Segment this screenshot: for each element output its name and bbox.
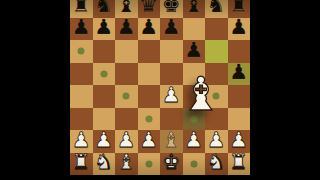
black-pawn[interactable]: ♟ (117, 17, 136, 38)
square-c5[interactable] (115, 63, 138, 86)
black-knight[interactable]: ♞ (207, 0, 226, 16)
square-b1[interactable]: ♞ (93, 153, 116, 176)
black-pawn[interactable]: ♟ (229, 17, 248, 38)
white-pawn[interactable]: ♟ (184, 130, 203, 151)
square-g1[interactable]: ♞ (205, 153, 228, 176)
square-d5[interactable] (138, 63, 161, 86)
square-e1[interactable]: ♚ (160, 153, 183, 176)
white-rook[interactable]: ♜ (229, 152, 248, 173)
legal-move-dot[interactable] (190, 160, 197, 167)
square-d4[interactable] (138, 85, 161, 108)
square-f2[interactable]: ♟ (183, 130, 206, 153)
black-pawn[interactable]: ♟ (162, 17, 181, 38)
square-d6[interactable] (138, 40, 161, 63)
square-c7[interactable]: ♟ (115, 18, 138, 41)
square-h1[interactable]: ♜ (228, 153, 251, 176)
square-h7[interactable]: ♟ (228, 18, 251, 41)
white-knight[interactable]: ♞ (94, 152, 113, 173)
chess-board[interactable]: ♜♞♝♛♚♝♞♜♟♟♟♟♟♟♟♟♟♟♟♟♟♝♟♟♟♜♞♝♚♞♜ (70, 0, 250, 175)
white-pawn[interactable]: ♟ (139, 130, 158, 151)
white-king[interactable]: ♚ (162, 152, 181, 173)
square-a4[interactable] (70, 85, 93, 108)
black-pawn[interactable]: ♟ (72, 17, 91, 38)
black-rook[interactable]: ♜ (72, 0, 91, 16)
black-queen[interactable]: ♛ (139, 0, 158, 16)
letterbox-right (250, 0, 320, 180)
square-e3[interactable] (160, 108, 183, 131)
video-frame: ♜♞♝♛♚♝♞♜♟♟♟♟♟♟♟♟♟♟♟♟♟♝♟♟♟♜♞♝♚♞♜ ♝ (0, 0, 320, 180)
letterbox-left (0, 0, 70, 180)
black-pawn[interactable]: ♟ (139, 17, 158, 38)
black-bishop[interactable]: ♝ (117, 0, 136, 16)
square-h4[interactable] (228, 85, 251, 108)
square-g7[interactable] (205, 18, 228, 41)
square-g6[interactable] (205, 40, 228, 63)
black-king[interactable]: ♚ (162, 0, 181, 16)
square-f8[interactable]: ♝ (183, 0, 206, 18)
square-c2[interactable]: ♟ (115, 130, 138, 153)
square-d2[interactable]: ♟ (138, 130, 161, 153)
square-b7[interactable]: ♟ (93, 18, 116, 41)
square-e5[interactable] (160, 63, 183, 86)
white-pawn[interactable]: ♟ (72, 130, 91, 151)
white-pawn[interactable]: ♟ (162, 85, 181, 106)
white-knight[interactable]: ♞ (207, 152, 226, 173)
square-e2[interactable]: ♝ (160, 130, 183, 153)
white-pawn[interactable]: ♟ (229, 130, 248, 151)
square-f7[interactable] (183, 18, 206, 41)
square-b2[interactable]: ♟ (93, 130, 116, 153)
black-rook[interactable]: ♜ (229, 0, 248, 16)
legal-move-dot[interactable] (145, 160, 152, 167)
dragged-white-bishop[interactable]: ♝ (180, 71, 221, 117)
black-pawn[interactable]: ♟ (229, 62, 248, 83)
square-a6[interactable] (70, 40, 93, 63)
white-bishop[interactable]: ♝ (117, 152, 136, 173)
white-pawn[interactable]: ♟ (117, 130, 136, 151)
white-pawn[interactable]: ♟ (207, 130, 226, 151)
square-b3[interactable] (93, 108, 116, 131)
square-a3[interactable] (70, 108, 93, 131)
white-rook[interactable]: ♜ (72, 152, 91, 173)
black-pawn[interactable]: ♟ (184, 40, 203, 61)
square-h6[interactable] (228, 40, 251, 63)
square-g8[interactable]: ♞ (205, 0, 228, 18)
square-d3[interactable] (138, 108, 161, 131)
square-f1[interactable] (183, 153, 206, 176)
square-d7[interactable]: ♟ (138, 18, 161, 41)
legal-move-dot[interactable] (100, 70, 107, 77)
square-b4[interactable] (93, 85, 116, 108)
white-pawn[interactable]: ♟ (94, 130, 113, 151)
legal-move-dot[interactable] (145, 115, 152, 122)
black-bishop[interactable]: ♝ (184, 0, 203, 16)
square-c4[interactable] (115, 85, 138, 108)
square-a2[interactable]: ♟ (70, 130, 93, 153)
square-e4[interactable]: ♟ (160, 85, 183, 108)
square-a1[interactable]: ♜ (70, 153, 93, 176)
square-c1[interactable]: ♝ (115, 153, 138, 176)
square-a7[interactable]: ♟ (70, 18, 93, 41)
white-bishop-ghost[interactable]: ♝ (162, 130, 181, 151)
square-h3[interactable] (228, 108, 251, 131)
legal-move-dot[interactable] (123, 93, 130, 100)
black-pawn[interactable]: ♟ (94, 17, 113, 38)
legal-move-dot[interactable] (78, 48, 85, 55)
square-a5[interactable] (70, 63, 93, 86)
square-c6[interactable] (115, 40, 138, 63)
black-knight[interactable]: ♞ (94, 0, 113, 16)
square-e6[interactable] (160, 40, 183, 63)
square-h2[interactable]: ♟ (228, 130, 251, 153)
square-b5[interactable] (93, 63, 116, 86)
square-f6[interactable]: ♟ (183, 40, 206, 63)
square-e7[interactable]: ♟ (160, 18, 183, 41)
square-b6[interactable] (93, 40, 116, 63)
square-h5[interactable]: ♟ (228, 63, 251, 86)
square-d1[interactable] (138, 153, 161, 176)
square-c3[interactable] (115, 108, 138, 131)
square-g2[interactable]: ♟ (205, 130, 228, 153)
